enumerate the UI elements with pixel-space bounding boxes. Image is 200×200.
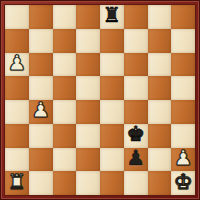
square-f8[interactable] xyxy=(124,5,148,29)
square-g2[interactable] xyxy=(148,148,172,172)
square-g6[interactable] xyxy=(148,53,172,77)
square-g4[interactable] xyxy=(148,100,172,124)
square-a3[interactable] xyxy=(5,124,29,148)
white-pawn-b4[interactable]: ♟ xyxy=(31,100,50,121)
square-c5[interactable] xyxy=(53,76,77,100)
square-f6[interactable] xyxy=(124,53,148,77)
square-c2[interactable] xyxy=(53,148,77,172)
square-f1[interactable] xyxy=(124,171,148,195)
square-h3[interactable] xyxy=(171,124,195,148)
square-a6[interactable]: ♟ xyxy=(5,53,29,77)
white-king-h1[interactable]: ♚ xyxy=(174,172,193,193)
square-g1[interactable] xyxy=(148,171,172,195)
square-h6[interactable] xyxy=(171,53,195,77)
square-h5[interactable] xyxy=(171,76,195,100)
square-h2[interactable]: ♟ xyxy=(171,148,195,172)
square-a4[interactable] xyxy=(5,100,29,124)
square-e3[interactable] xyxy=(100,124,124,148)
square-b8[interactable] xyxy=(29,5,53,29)
square-a7[interactable] xyxy=(5,29,29,53)
square-d5[interactable] xyxy=(76,76,100,100)
square-e2[interactable] xyxy=(100,148,124,172)
square-e5[interactable] xyxy=(100,76,124,100)
square-f2[interactable]: ♟ xyxy=(124,148,148,172)
square-e7[interactable] xyxy=(100,29,124,53)
square-e1[interactable] xyxy=(100,171,124,195)
square-e8[interactable]: ♜ xyxy=(100,5,124,29)
square-b6[interactable] xyxy=(29,53,53,77)
square-d6[interactable] xyxy=(76,53,100,77)
square-h7[interactable] xyxy=(171,29,195,53)
square-h1[interactable]: ♚ xyxy=(171,171,195,195)
square-a8[interactable] xyxy=(5,5,29,29)
square-c6[interactable] xyxy=(53,53,77,77)
square-g8[interactable] xyxy=(148,5,172,29)
square-a5[interactable] xyxy=(5,76,29,100)
square-d3[interactable] xyxy=(76,124,100,148)
black-king-f3[interactable]: ♚ xyxy=(126,124,145,145)
square-b5[interactable] xyxy=(29,76,53,100)
square-c8[interactable] xyxy=(53,5,77,29)
white-pawn-a6[interactable]: ♟ xyxy=(7,53,26,74)
square-d8[interactable] xyxy=(76,5,100,29)
board-frame: ♜♟♟♚♟♟♜♚ xyxy=(0,0,200,200)
square-a2[interactable] xyxy=(5,148,29,172)
square-g3[interactable] xyxy=(148,124,172,148)
square-b2[interactable] xyxy=(29,148,53,172)
square-b3[interactable] xyxy=(29,124,53,148)
square-e6[interactable] xyxy=(100,53,124,77)
square-d2[interactable] xyxy=(76,148,100,172)
square-d7[interactable] xyxy=(76,29,100,53)
white-rook-a1[interactable]: ♜ xyxy=(7,172,26,193)
square-f4[interactable] xyxy=(124,100,148,124)
square-c3[interactable] xyxy=(53,124,77,148)
square-a1[interactable]: ♜ xyxy=(5,171,29,195)
square-b1[interactable] xyxy=(29,171,53,195)
square-f5[interactable] xyxy=(124,76,148,100)
square-b4[interactable]: ♟ xyxy=(29,100,53,124)
black-rook-e8[interactable]: ♜ xyxy=(102,5,121,26)
square-f3[interactable]: ♚ xyxy=(124,124,148,148)
square-e4[interactable] xyxy=(100,100,124,124)
white-pawn-h2[interactable]: ♟ xyxy=(174,148,193,169)
square-c1[interactable] xyxy=(53,171,77,195)
square-h4[interactable] xyxy=(171,100,195,124)
black-pawn-f2[interactable]: ♟ xyxy=(126,148,145,169)
square-b7[interactable] xyxy=(29,29,53,53)
square-g5[interactable] xyxy=(148,76,172,100)
square-f7[interactable] xyxy=(124,29,148,53)
square-d4[interactable] xyxy=(76,100,100,124)
square-c7[interactable] xyxy=(53,29,77,53)
chess-board: ♜♟♟♚♟♟♜♚ xyxy=(5,5,195,195)
square-d1[interactable] xyxy=(76,171,100,195)
square-g7[interactable] xyxy=(148,29,172,53)
square-h8[interactable] xyxy=(171,5,195,29)
square-c4[interactable] xyxy=(53,100,77,124)
